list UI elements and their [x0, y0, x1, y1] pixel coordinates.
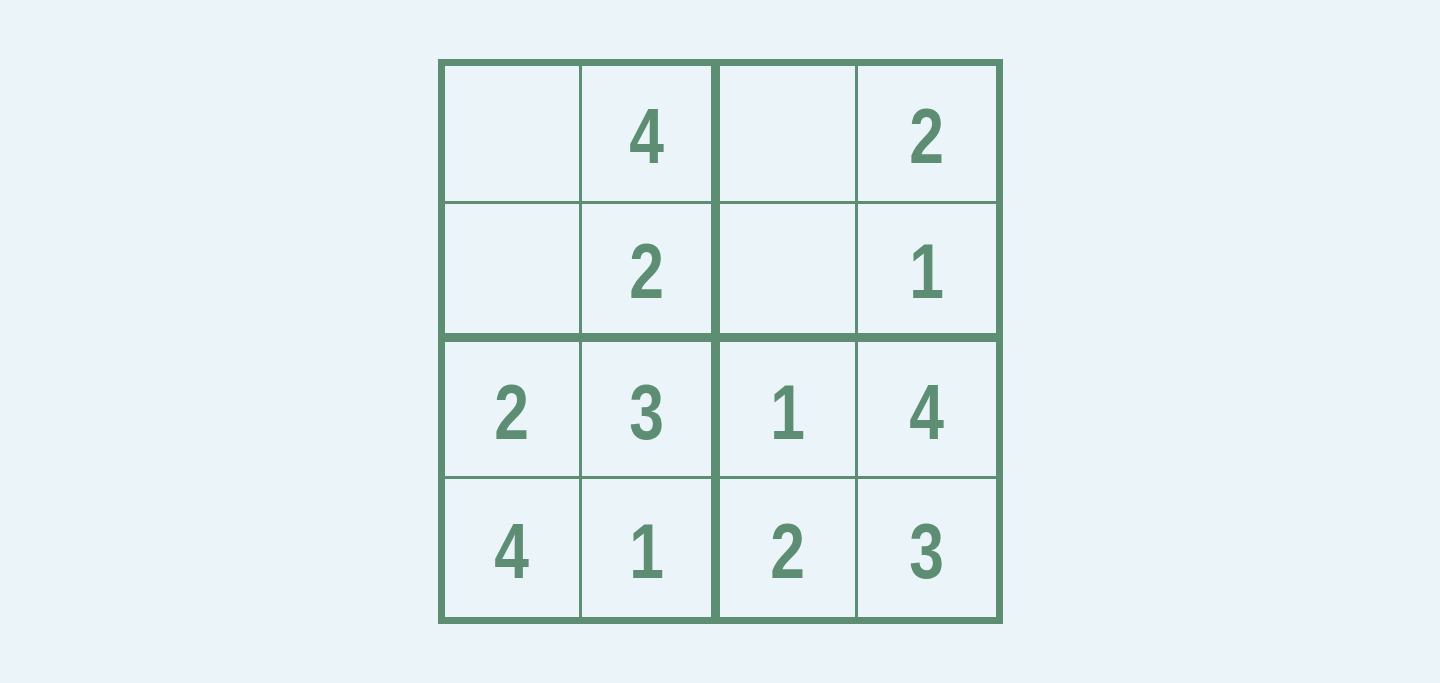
cell-value: 2 — [909, 91, 944, 175]
cell-r1c4[interactable]: 2 — [858, 66, 996, 204]
cell-value: 4 — [629, 91, 664, 175]
cell-r4c1[interactable]: 4 — [445, 479, 583, 617]
cell-r2c2[interactable]: 2 — [582, 204, 720, 342]
cell-r4c3[interactable]: 2 — [720, 479, 858, 617]
cell-value: 3 — [629, 367, 664, 451]
cell-r3c2[interactable]: 3 — [582, 342, 720, 480]
cell-value: 1 — [909, 226, 944, 310]
cell-value: 2 — [495, 367, 530, 451]
cell-r2c4[interactable]: 1 — [858, 204, 996, 342]
cell-r4c4[interactable]: 3 — [858, 479, 996, 617]
cell-value: 1 — [629, 506, 664, 590]
cell-value: 3 — [909, 506, 944, 590]
cell-value: 4 — [495, 506, 530, 590]
cell-r1c1[interactable] — [445, 66, 583, 204]
cell-r1c2[interactable]: 4 — [582, 66, 720, 204]
cell-r4c2[interactable]: 1 — [582, 479, 720, 617]
cell-value: 2 — [770, 506, 805, 590]
cell-value: 1 — [770, 367, 805, 451]
cell-r2c1[interactable] — [445, 204, 583, 342]
sudoku-board: 4 2 2 1 2 3 1 4 4 1 2 3 — [438, 59, 1003, 624]
cell-r3c1[interactable]: 2 — [445, 342, 583, 480]
cell-r3c4[interactable]: 4 — [858, 342, 996, 480]
cell-r2c3[interactable] — [720, 204, 858, 342]
cell-r1c3[interactable] — [720, 66, 858, 204]
cell-value: 2 — [629, 226, 664, 310]
cell-value: 4 — [909, 367, 944, 451]
cell-r3c3[interactable]: 1 — [720, 342, 858, 480]
